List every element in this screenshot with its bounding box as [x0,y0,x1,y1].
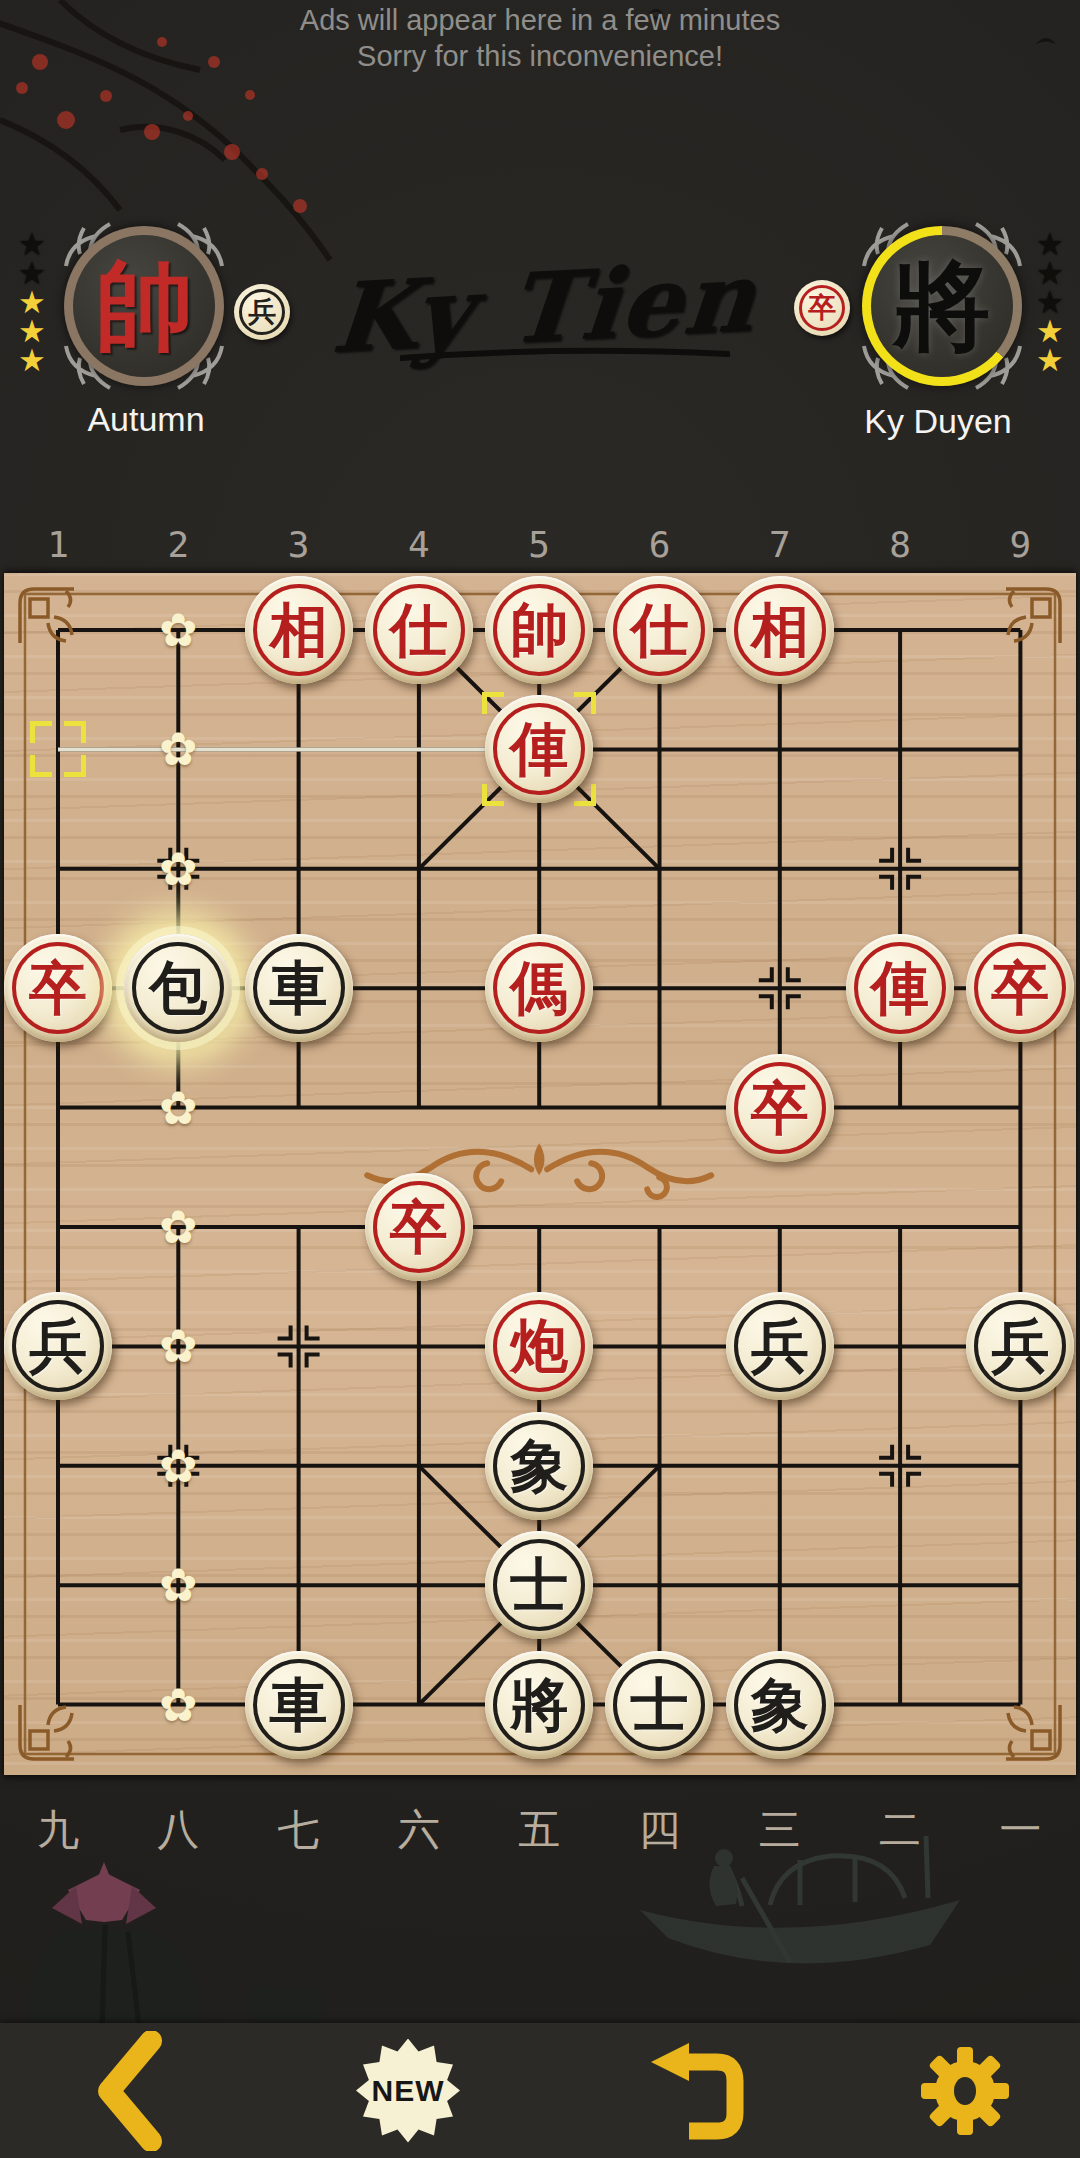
file-coordinate-label: 3 [288,524,310,565]
right-avatar-disc: 將 [871,235,1013,377]
move-hint-flower-icon[interactable]: ✿ [159,726,198,772]
badge-ring [239,289,285,335]
piece-ring [493,1420,585,1512]
bottom-toolbar: NEW [0,2023,1080,2158]
piece-ring [493,942,585,1034]
piece-ring [493,703,585,795]
file-coordinate-label: 8 [889,524,911,565]
piece-black-兵[interactable]: 兵 [966,1292,1074,1400]
back-chevron-icon [95,2031,165,2151]
file-coordinate-label: 7 [769,524,791,565]
piece-red-仕[interactable]: 仕 [365,576,473,684]
file-coordinate-label: 2 [167,524,189,565]
piece-ring [253,942,345,1034]
right-player-name: Ky Duyen [808,402,1068,441]
move-hint-flower-icon[interactable]: ✿ [159,607,198,653]
file-coordinate-label: 9 [1010,524,1032,565]
badge-ring [799,285,845,331]
lotus-icon [28,1862,323,2045]
new-game-starburst-icon: NEW [356,2039,460,2143]
piece-black-兵[interactable]: 兵 [4,1292,112,1400]
xiangqi-board[interactable]: ✿✿✿✿✿✿✿✿✿相仕帥仕相俥卒包車傌俥卒卒卒兵炮兵兵象士車將士象 [4,573,1076,1775]
file-coordinate-label: 6 [649,524,671,565]
move-hint-flower-icon[interactable]: ✿ [159,1443,198,1489]
piece-ring [854,942,946,1034]
bottom-file-coordinates: 九八七六五四三二一 [4,1802,1076,1848]
bracket-corner-icon [30,755,52,777]
undo-arrow-icon [643,2041,747,2141]
bracket-corner-icon [64,721,86,743]
left-avatar-disc: 帥 [73,235,215,377]
ad-banner: Ads will appear here in a few minutes So… [0,2,1080,74]
black-general-avatar-piece: 將 [893,257,991,355]
file-coordinate-label: 八 [157,1802,199,1858]
piece-ring [373,584,465,676]
piece-black-將[interactable]: 將 [485,1651,593,1759]
piece-ring [253,584,345,676]
file-coordinate-label: 1 [47,524,69,565]
piece-ring [613,1659,705,1751]
piece-ring [493,584,585,676]
piece-ring [253,1659,345,1751]
file-coordinate-label: 三 [759,1802,801,1858]
piece-black-車[interactable]: 車 [245,1651,353,1759]
bracket-corner-icon [574,784,596,806]
piece-ring [734,1062,826,1154]
piece-black-車[interactable]: 車 [245,934,353,1042]
move-hint-flower-icon[interactable]: ✿ [159,846,198,892]
file-coordinate-label: 4 [408,524,430,565]
left-player-avatar[interactable]: 帥 [64,226,224,386]
piece-ring [493,1539,585,1631]
board-piece-grid: ✿✿✿✿✿✿✿✿✿相仕帥仕相俥卒包車傌俥卒卒卒兵炮兵兵象士車將士象 [0,570,1080,1764]
left-captured-piece-badge: 兵 [234,284,290,340]
piece-black-包-selected[interactable]: 包 [124,934,232,1042]
left-player-name: Autumn [16,400,276,439]
right-player-stars: ★★★★★ [1028,230,1072,375]
piece-red-傌[interactable]: 傌 [485,934,593,1042]
piece-ring [974,942,1066,1034]
star-filled-icon: ★ [18,346,46,375]
move-hint-flower-icon[interactable]: ✿ [159,1204,198,1250]
file-coordinate-label: 二 [879,1802,921,1858]
piece-ring [12,942,104,1034]
top-file-coordinates: 123456789 [4,524,1076,570]
piece-ring [373,1181,465,1273]
piece-red-卒[interactable]: 卒 [726,1054,834,1162]
piece-red-相[interactable]: 相 [245,576,353,684]
piece-red-卒[interactable]: 卒 [966,934,1074,1042]
piece-black-士[interactable]: 士 [485,1531,593,1639]
move-hint-flower-icon[interactable]: ✿ [159,1323,198,1369]
piece-black-兵[interactable]: 兵 [726,1292,834,1400]
piece-ring [734,1659,826,1751]
piece-red-俥[interactable]: 俥 [846,934,954,1042]
piece-red-卒[interactable]: 卒 [4,934,112,1042]
piece-black-象[interactable]: 象 [485,1412,593,1520]
file-coordinate-label: 六 [398,1802,440,1858]
settings-button[interactable] [910,2023,1020,2158]
piece-red-炮[interactable]: 炮 [485,1292,593,1400]
piece-black-士[interactable]: 士 [605,1651,713,1759]
file-coordinate-label: 四 [639,1802,681,1858]
piece-ring [974,1300,1066,1392]
undo-button[interactable] [640,2023,750,2158]
star-filled-icon: ★ [1036,346,1064,375]
file-coordinate-label: 五 [518,1802,560,1858]
piece-ring [734,584,826,676]
move-hint-flower-icon[interactable]: ✿ [159,1682,198,1728]
bracket-corner-icon [64,755,86,777]
new-game-label: NEW [372,2074,445,2108]
move-hint-flower-icon[interactable]: ✿ [159,1562,198,1608]
app-logo: Ky Tien [330,232,760,382]
right-captured-piece-badge: 卒 [794,280,850,336]
piece-ring [12,1300,104,1392]
logo-underline-swash-icon [400,344,730,364]
ad-banner-line1: Ads will appear here in a few minutes [0,2,1080,38]
left-player-stars: ★★★★★ [10,230,54,375]
piece-red-卒[interactable]: 卒 [365,1173,473,1281]
piece-ring [613,584,705,676]
ad-banner-line2: Sorry for this inconvenience! [0,38,1080,74]
piece-red-帥[interactable]: 帥 [485,576,593,684]
app-screen: Ads will appear here in a few minutes So… [0,0,1080,2158]
last-move-from-marker [30,721,86,777]
bracket-corner-icon [30,721,52,743]
gear-icon [913,2039,1017,2143]
file-coordinate-label: 七 [278,1802,320,1858]
piece-ring [493,1300,585,1392]
right-player-avatar[interactable]: 將 [862,226,1022,386]
file-coordinate-label: 一 [999,1802,1041,1858]
back-button[interactable] [75,2023,185,2158]
piece-ring [132,942,224,1034]
piece-red-仕[interactable]: 仕 [605,576,713,684]
piece-black-象[interactable]: 象 [726,1651,834,1759]
file-coordinate-label: 5 [528,524,550,565]
piece-ring [493,1659,585,1751]
piece-red-相[interactable]: 相 [726,576,834,684]
red-general-avatar-piece: 帥 [95,257,193,355]
move-hint-flower-icon[interactable]: ✿ [159,1085,198,1131]
new-game-button[interactable]: NEW [353,2023,463,2158]
piece-ring [734,1300,826,1392]
piece-red-俥[interactable]: 俥 [485,695,593,803]
file-coordinate-label: 九 [37,1802,79,1858]
